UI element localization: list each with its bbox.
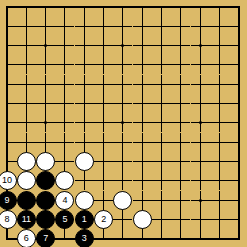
board-cell[interactable] — [133, 171, 152, 190]
board-cell[interactable] — [0, 94, 17, 113]
board-cell[interactable] — [94, 152, 113, 171]
board-cell[interactable] — [94, 191, 113, 210]
board-cell[interactable] — [113, 191, 132, 210]
board-cell[interactable] — [0, 229, 17, 247]
star-point — [121, 121, 124, 124]
board-cell[interactable] — [133, 55, 152, 74]
board-cell[interactable] — [17, 94, 36, 113]
board-cell[interactable] — [55, 36, 74, 55]
board-cell[interactable] — [152, 0, 171, 17]
board-cell[interactable] — [133, 75, 152, 94]
board-cell[interactable] — [75, 191, 94, 210]
board-cell[interactable] — [75, 171, 94, 190]
board-cell[interactable] — [152, 210, 171, 229]
board-cell[interactable] — [75, 152, 94, 171]
board-cell[interactable] — [36, 55, 55, 74]
board-cell[interactable] — [210, 113, 229, 132]
white-stone[interactable] — [17, 171, 36, 190]
board-cell[interactable] — [171, 210, 190, 229]
board-cell[interactable] — [171, 0, 190, 17]
board-cell[interactable] — [229, 171, 247, 190]
black-stone[interactable] — [17, 191, 36, 210]
board-cell[interactable] — [55, 17, 74, 36]
board-cell[interactable] — [229, 133, 247, 152]
board-cell[interactable] — [152, 17, 171, 36]
board-cell[interactable] — [94, 55, 113, 74]
board-cell[interactable] — [133, 36, 152, 55]
board-cell[interactable] — [94, 17, 113, 36]
board-cell[interactable] — [152, 75, 171, 94]
board-cell[interactable] — [152, 191, 171, 210]
board-cell[interactable] — [229, 0, 247, 17]
board-cell[interactable] — [55, 133, 74, 152]
board-cell[interactable] — [0, 17, 17, 36]
board-cell[interactable] — [94, 0, 113, 17]
board-cell[interactable] — [94, 229, 113, 247]
star-point — [199, 121, 202, 124]
board-cell[interactable] — [133, 229, 152, 247]
board-cell[interactable] — [17, 113, 36, 132]
board-cell[interactable] — [113, 113, 132, 132]
move-number: 8 — [4, 215, 9, 224]
board-cell[interactable] — [36, 17, 55, 36]
board-cell[interactable] — [0, 36, 17, 55]
board-cell[interactable] — [0, 0, 17, 17]
move-number: 9 — [4, 196, 9, 205]
board-cell[interactable] — [75, 0, 94, 17]
board-cell[interactable] — [229, 210, 247, 229]
white-stone[interactable] — [75, 152, 94, 171]
board-cell[interactable] — [75, 36, 94, 55]
board-cell[interactable] — [17, 17, 36, 36]
board-cell[interactable] — [75, 133, 94, 152]
board-cell[interactable] — [133, 0, 152, 17]
board-cell[interactable] — [36, 36, 55, 55]
board-cell[interactable] — [191, 191, 210, 210]
board-cell[interactable] — [191, 0, 210, 17]
board-cell[interactable]: 11 — [17, 210, 36, 229]
board-cell[interactable] — [133, 17, 152, 36]
board-cell[interactable] — [171, 191, 190, 210]
board-cell[interactable] — [171, 113, 190, 132]
white-stone[interactable]: 8 — [0, 210, 17, 229]
board-cell[interactable]: 2 — [94, 210, 113, 229]
white-stone[interactable] — [133, 210, 152, 229]
board-cell[interactable] — [75, 55, 94, 74]
board-cell[interactable] — [94, 133, 113, 152]
board-cell[interactable] — [229, 17, 247, 36]
board-cell[interactable] — [75, 75, 94, 94]
go-diagram: 1094811512673 — [0, 0, 247, 247]
move-number: 5 — [62, 215, 67, 224]
board-cell[interactable] — [171, 94, 190, 113]
black-stone[interactable] — [36, 171, 55, 190]
black-stone[interactable]: 11 — [17, 210, 36, 229]
move-number: 1 — [82, 215, 87, 224]
board-cell[interactable] — [229, 113, 247, 132]
board-cell[interactable] — [94, 171, 113, 190]
board-cell[interactable] — [113, 75, 132, 94]
move-number: 7 — [43, 234, 48, 243]
board-cell[interactable] — [152, 36, 171, 55]
board-cell[interactable] — [113, 133, 132, 152]
board-cell[interactable] — [36, 75, 55, 94]
board-cell[interactable] — [55, 55, 74, 74]
board-cell[interactable] — [152, 94, 171, 113]
board-cell[interactable] — [55, 229, 74, 247]
board-cell[interactable] — [191, 171, 210, 190]
black-stone[interactable]: 3 — [75, 229, 94, 247]
board-cell[interactable] — [191, 55, 210, 74]
board-cell[interactable] — [191, 36, 210, 55]
board-cell[interactable] — [133, 94, 152, 113]
board-cell[interactable] — [113, 229, 132, 247]
board-cell[interactable]: 6 — [17, 229, 36, 247]
white-stone[interactable]: 6 — [17, 229, 36, 247]
board-cell[interactable] — [133, 152, 152, 171]
board-cell[interactable] — [210, 133, 229, 152]
white-stone[interactable] — [17, 152, 36, 171]
board-cell[interactable]: 3 — [75, 229, 94, 247]
board-cell[interactable] — [55, 94, 74, 113]
board-grid: 1094811512673 — [0, 0, 247, 247]
board-cell[interactable] — [152, 113, 171, 132]
star-point — [44, 121, 47, 124]
board-cell[interactable] — [113, 171, 132, 190]
board-cell[interactable] — [210, 229, 229, 247]
board-cell[interactable] — [210, 191, 229, 210]
board-cell[interactable] — [171, 17, 190, 36]
board-cell[interactable] — [75, 94, 94, 113]
board-cell[interactable] — [152, 133, 171, 152]
board-cell[interactable] — [191, 17, 210, 36]
board-cell[interactable] — [113, 210, 132, 229]
board-cell[interactable] — [210, 152, 229, 171]
black-stone[interactable]: 1 — [75, 210, 94, 229]
board-cell[interactable] — [0, 113, 17, 132]
board-cell[interactable] — [210, 210, 229, 229]
board-cell[interactable] — [191, 133, 210, 152]
board-cell[interactable] — [113, 0, 132, 17]
board-cell[interactable] — [210, 55, 229, 74]
board-cell[interactable] — [133, 133, 152, 152]
board-cell[interactable]: 4 — [55, 191, 74, 210]
board-cell[interactable] — [36, 113, 55, 132]
board-cell[interactable] — [210, 94, 229, 113]
white-stone[interactable]: 4 — [55, 191, 74, 210]
board-cell[interactable]: 5 — [55, 210, 74, 229]
board-cell[interactable] — [113, 55, 132, 74]
board-cell[interactable] — [210, 0, 229, 17]
board-cell[interactable] — [210, 75, 229, 94]
white-stone[interactable] — [36, 152, 55, 171]
board-cell[interactable] — [55, 152, 74, 171]
move-number: 2 — [101, 215, 106, 224]
board-cell[interactable] — [171, 36, 190, 55]
board-cell[interactable] — [133, 210, 152, 229]
board-cell[interactable] — [133, 113, 152, 132]
board-cell[interactable] — [229, 36, 247, 55]
board-cell[interactable] — [191, 210, 210, 229]
board-cell[interactable] — [171, 55, 190, 74]
board-cell[interactable] — [191, 152, 210, 171]
black-stone[interactable]: 5 — [55, 210, 74, 229]
board-cell[interactable] — [171, 229, 190, 247]
board-cell[interactable] — [17, 133, 36, 152]
board-cell[interactable]: 1 — [75, 210, 94, 229]
board-cell[interactable]: 7 — [36, 229, 55, 247]
board-cell[interactable] — [152, 229, 171, 247]
white-stone[interactable]: 2 — [94, 210, 113, 229]
board-cell[interactable] — [0, 75, 17, 94]
star-point — [199, 199, 202, 202]
star-point — [199, 44, 202, 47]
star-point — [44, 44, 47, 47]
board-cell[interactable]: 10 — [0, 171, 17, 190]
board-cell[interactable] — [94, 75, 113, 94]
board-cell[interactable] — [36, 171, 55, 190]
move-number: 4 — [62, 196, 67, 205]
board-cell[interactable] — [191, 113, 210, 132]
white-stone[interactable] — [113, 191, 132, 210]
black-stone[interactable] — [36, 210, 55, 229]
board-cell[interactable] — [229, 94, 247, 113]
board-cell[interactable] — [171, 152, 190, 171]
board-cell[interactable] — [113, 94, 132, 113]
board-cell[interactable] — [229, 55, 247, 74]
board-cell[interactable] — [94, 36, 113, 55]
board-cell[interactable] — [113, 152, 132, 171]
board-cell[interactable] — [0, 55, 17, 74]
board-cell[interactable] — [55, 0, 74, 17]
move-number: 10 — [2, 176, 12, 185]
board-cell[interactable] — [17, 55, 36, 74]
board-cell[interactable] — [171, 75, 190, 94]
board-cell[interactable] — [17, 171, 36, 190]
board-cell[interactable] — [229, 152, 247, 171]
move-number: 6 — [24, 234, 29, 243]
board-cell[interactable] — [75, 17, 94, 36]
board-cell[interactable] — [17, 191, 36, 210]
board-cell[interactable] — [75, 113, 94, 132]
board-cell[interactable] — [113, 36, 132, 55]
board-cell[interactable] — [229, 75, 247, 94]
board-cell[interactable] — [191, 94, 210, 113]
board-cell[interactable] — [55, 113, 74, 132]
board-cell[interactable] — [94, 113, 113, 132]
board-cell[interactable] — [171, 133, 190, 152]
board-cell[interactable] — [17, 152, 36, 171]
board-cell[interactable] — [36, 210, 55, 229]
board-cell[interactable] — [36, 191, 55, 210]
board-cell[interactable] — [229, 191, 247, 210]
board-cell[interactable] — [36, 152, 55, 171]
board-cell[interactable] — [36, 94, 55, 113]
board-cell[interactable] — [133, 191, 152, 210]
board-cell[interactable] — [113, 17, 132, 36]
board-cell[interactable] — [55, 75, 74, 94]
board-cell[interactable] — [210, 36, 229, 55]
board-cell[interactable] — [191, 75, 210, 94]
board-cell[interactable] — [171, 171, 190, 190]
board-cell[interactable] — [36, 133, 55, 152]
board-cell[interactable] — [152, 55, 171, 74]
white-stone[interactable] — [75, 191, 94, 210]
board-cell[interactable] — [210, 17, 229, 36]
black-stone[interactable]: 7 — [36, 229, 55, 247]
white-stone[interactable]: 10 — [0, 171, 17, 190]
board-cell[interactable] — [152, 171, 171, 190]
board-cell[interactable] — [191, 229, 210, 247]
board-cell[interactable]: 8 — [0, 210, 17, 229]
black-stone[interactable] — [36, 191, 55, 210]
white-stone[interactable] — [55, 171, 74, 190]
star-point — [121, 44, 124, 47]
board-cell[interactable] — [0, 133, 17, 152]
move-number: 3 — [82, 234, 87, 243]
board-cell[interactable] — [229, 229, 247, 247]
board-cell[interactable] — [55, 171, 74, 190]
board-cell[interactable] — [17, 0, 36, 17]
board-cell[interactable] — [210, 171, 229, 190]
board-cell[interactable] — [94, 94, 113, 113]
board-cell[interactable] — [17, 36, 36, 55]
board-cell[interactable] — [36, 0, 55, 17]
board-cell[interactable] — [0, 152, 17, 171]
board-cell[interactable]: 9 — [0, 191, 17, 210]
black-stone[interactable]: 9 — [0, 191, 17, 210]
move-number: 11 — [22, 215, 31, 224]
board-cell[interactable] — [17, 75, 36, 94]
board-cell[interactable] — [152, 152, 171, 171]
